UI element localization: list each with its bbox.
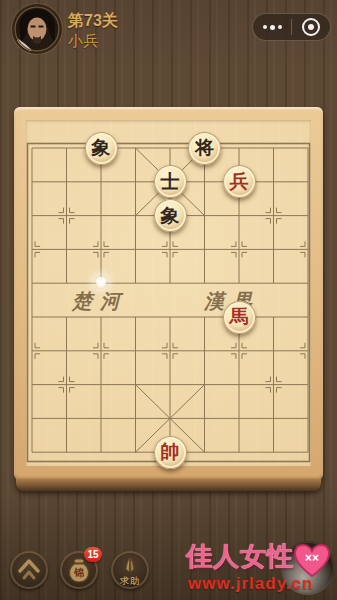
heart-marks: ×× (305, 551, 319, 565)
piece-black-elephant[interactable]: 象 (85, 132, 118, 165)
piece-black-elephant[interactable]: 象 (154, 199, 187, 232)
watermark-brand: 佳人女性 (186, 539, 294, 574)
chevron-up-icon (17, 559, 41, 581)
piece-red-general[interactable]: 帥 (154, 436, 187, 469)
piece-red-soldier[interactable]: 兵 (223, 165, 256, 198)
level-label: 第73关 (68, 11, 118, 32)
xiangqi-app-screen: 第73关 小兵 楚河 漢界 象将士兵象馬帥 锦 15 (0, 0, 337, 600)
menu-collapse-button[interactable] (10, 551, 48, 589)
xiangqi-board[interactable]: 楚河 漢界 象将士兵象馬帥 (14, 107, 323, 480)
player-name-label: 小兵 (68, 32, 98, 51)
avatar (14, 6, 60, 52)
exit-button[interactable] (292, 14, 330, 40)
exit-target-icon (302, 18, 320, 36)
piece-black-general[interactable]: 将 (188, 132, 221, 165)
river-label-left: 楚河 (62, 284, 138, 318)
ask-help-button[interactable]: 求助 (111, 551, 149, 589)
more-dots-icon (263, 25, 282, 30)
watermark-url: www.jrlady.cn (188, 574, 313, 594)
help-label: 求助 (111, 575, 149, 588)
more-button[interactable] (253, 14, 291, 40)
svg-text:锦: 锦 (73, 567, 84, 578)
hint-count-badge: 15 (84, 547, 102, 562)
piece-black-advisor[interactable]: 士 (154, 165, 187, 198)
miniprogram-capsule (252, 13, 331, 41)
avatar-portrait (14, 6, 60, 52)
piece-red-horse[interactable]: 馬 (223, 301, 256, 334)
